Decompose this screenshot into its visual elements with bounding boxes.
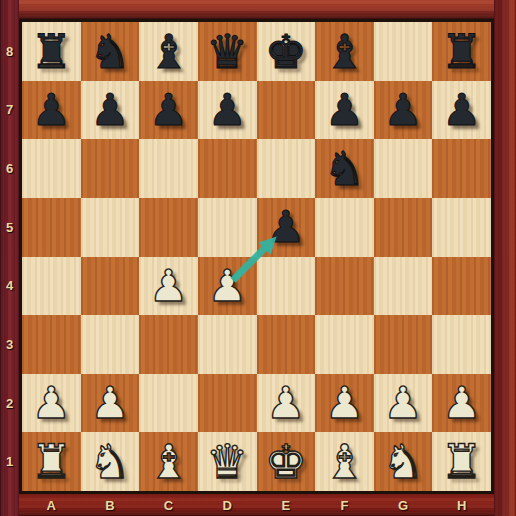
black-knight[interactable]: ♞ — [323, 145, 365, 192]
black-pawn[interactable]: ♟ — [383, 88, 422, 132]
square-e1[interactable]: ♚ — [257, 432, 316, 491]
square-f2[interactable]: ♟ — [315, 374, 374, 433]
white-bishop[interactable]: ♝ — [147, 438, 189, 485]
white-king[interactable]: ♚ — [265, 438, 307, 485]
black-pawn[interactable]: ♟ — [266, 205, 305, 249]
black-knight[interactable]: ♞ — [89, 28, 131, 75]
square-a2[interactable]: ♟ — [22, 374, 81, 433]
square-e4[interactable] — [257, 257, 316, 316]
square-f6[interactable]: ♞ — [315, 139, 374, 198]
square-c8[interactable]: ♝ — [139, 22, 198, 81]
black-king[interactable]: ♚ — [265, 28, 307, 75]
square-h5[interactable] — [432, 198, 491, 257]
white-rook[interactable]: ♜ — [441, 438, 483, 485]
white-pawn[interactable]: ♟ — [90, 381, 129, 425]
square-d2[interactable] — [198, 374, 257, 433]
square-c7[interactable]: ♟ — [139, 81, 198, 140]
rank-label-4: 4 — [0, 257, 19, 316]
square-g5[interactable] — [374, 198, 433, 257]
square-a8[interactable]: ♜ — [22, 22, 81, 81]
square-h4[interactable] — [432, 257, 491, 316]
square-c1[interactable]: ♝ — [139, 432, 198, 491]
square-d1[interactable]: ♛ — [198, 432, 257, 491]
square-h8[interactable]: ♜ — [432, 22, 491, 81]
black-rook[interactable]: ♜ — [441, 28, 483, 75]
square-b4[interactable] — [81, 257, 140, 316]
white-pawn[interactable]: ♟ — [32, 381, 71, 425]
rank-label-2: 2 — [0, 374, 19, 433]
square-f3[interactable] — [315, 315, 374, 374]
black-rook[interactable]: ♜ — [30, 28, 72, 75]
square-e2[interactable]: ♟ — [257, 374, 316, 433]
black-bishop[interactable]: ♝ — [147, 28, 189, 75]
file-label-c: C — [139, 494, 198, 516]
square-b6[interactable] — [81, 139, 140, 198]
square-b2[interactable]: ♟ — [81, 374, 140, 433]
file-label-g: G — [374, 494, 433, 516]
square-g3[interactable] — [374, 315, 433, 374]
square-e7[interactable] — [257, 81, 316, 140]
file-label-h: H — [432, 494, 491, 516]
rank-label-7: 7 — [0, 81, 19, 140]
black-pawn[interactable]: ♟ — [442, 88, 481, 132]
square-a7[interactable]: ♟ — [22, 81, 81, 140]
square-a6[interactable] — [22, 139, 81, 198]
square-a3[interactable] — [22, 315, 81, 374]
square-e8[interactable]: ♚ — [257, 22, 316, 81]
square-f8[interactable]: ♝ — [315, 22, 374, 81]
square-g8[interactable] — [374, 22, 433, 81]
square-d7[interactable]: ♟ — [198, 81, 257, 140]
square-e3[interactable] — [257, 315, 316, 374]
frame-top — [0, 0, 516, 19]
square-c4[interactable]: ♟ — [139, 257, 198, 316]
square-h3[interactable] — [432, 315, 491, 374]
square-g1[interactable]: ♞ — [374, 432, 433, 491]
square-g4[interactable] — [374, 257, 433, 316]
square-g6[interactable] — [374, 139, 433, 198]
square-c5[interactable] — [139, 198, 198, 257]
square-d5[interactable] — [198, 198, 257, 257]
rank-label-6: 6 — [0, 139, 19, 198]
square-d6[interactable] — [198, 139, 257, 198]
square-b8[interactable]: ♞ — [81, 22, 140, 81]
white-pawn[interactable]: ♟ — [266, 381, 305, 425]
rank-label-1: 1 — [0, 432, 19, 491]
white-pawn[interactable]: ♟ — [149, 264, 188, 308]
white-knight[interactable]: ♞ — [382, 438, 424, 485]
square-c2[interactable] — [139, 374, 198, 433]
square-f1[interactable]: ♝ — [315, 432, 374, 491]
square-d4[interactable]: ♟ — [198, 257, 257, 316]
black-pawn[interactable]: ♟ — [32, 88, 71, 132]
black-pawn[interactable]: ♟ — [325, 88, 364, 132]
file-label-d: D — [198, 494, 257, 516]
square-h2[interactable]: ♟ — [432, 374, 491, 433]
white-queen[interactable]: ♛ — [206, 438, 248, 485]
square-d8[interactable]: ♛ — [198, 22, 257, 81]
square-b5[interactable] — [81, 198, 140, 257]
square-f7[interactable]: ♟ — [315, 81, 374, 140]
white-pawn[interactable]: ♟ — [207, 264, 246, 308]
square-a4[interactable] — [22, 257, 81, 316]
square-f5[interactable] — [315, 198, 374, 257]
square-f4[interactable] — [315, 257, 374, 316]
white-pawn[interactable]: ♟ — [442, 381, 481, 425]
white-bishop[interactable]: ♝ — [323, 438, 365, 485]
white-pawn[interactable]: ♟ — [325, 381, 364, 425]
file-label-a: A — [22, 494, 81, 516]
white-rook[interactable]: ♜ — [30, 438, 72, 485]
square-b3[interactable] — [81, 315, 140, 374]
black-queen[interactable]: ♛ — [206, 28, 248, 75]
square-h1[interactable]: ♜ — [432, 432, 491, 491]
file-label-b: B — [81, 494, 140, 516]
square-a5[interactable] — [22, 198, 81, 257]
rank-label-8: 8 — [0, 22, 19, 81]
square-g7[interactable]: ♟ — [374, 81, 433, 140]
square-e6[interactable] — [257, 139, 316, 198]
square-h7[interactable]: ♟ — [432, 81, 491, 140]
chess-board-window: ♜♞♝♛♚♝♜♟♟♟♟♟♟♟♞♟♟♟♟♟♟♟♟♟♜♞♝♛♚♝♞♜ 8765432… — [0, 0, 516, 516]
rank-label-5: 5 — [0, 198, 19, 257]
square-c3[interactable] — [139, 315, 198, 374]
black-pawn[interactable]: ♟ — [90, 88, 129, 132]
black-pawn[interactable]: ♟ — [149, 88, 188, 132]
square-b1[interactable]: ♞ — [81, 432, 140, 491]
square-g2[interactable]: ♟ — [374, 374, 433, 433]
rank-label-3: 3 — [0, 315, 19, 374]
white-pawn[interactable]: ♟ — [383, 381, 422, 425]
file-label-e: E — [257, 494, 316, 516]
square-d3[interactable] — [198, 315, 257, 374]
frame-right — [494, 0, 516, 516]
black-pawn[interactable]: ♟ — [207, 88, 246, 132]
chess-board: ♜♞♝♛♚♝♜♟♟♟♟♟♟♟♞♟♟♟♟♟♟♟♟♟♜♞♝♛♚♝♞♜ — [22, 22, 491, 491]
square-a1[interactable]: ♜ — [22, 432, 81, 491]
white-knight[interactable]: ♞ — [89, 438, 131, 485]
black-bishop[interactable]: ♝ — [323, 28, 365, 75]
file-label-f: F — [315, 494, 374, 516]
square-c6[interactable] — [139, 139, 198, 198]
square-b7[interactable]: ♟ — [81, 81, 140, 140]
square-e5[interactable]: ♟ — [257, 198, 316, 257]
square-h6[interactable] — [432, 139, 491, 198]
